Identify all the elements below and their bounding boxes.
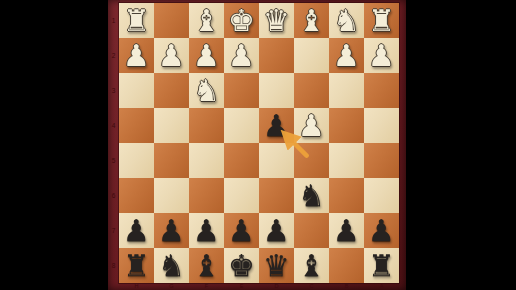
square-d8[interactable]: ♛	[259, 248, 294, 283]
square-a3[interactable]	[364, 73, 399, 108]
piece-white-pawn: ♟	[228, 41, 255, 71]
square-e6[interactable]	[224, 178, 259, 213]
file-label-f: F	[189, 283, 224, 290]
square-b3[interactable]	[329, 73, 364, 108]
rank-label-2: 2	[108, 38, 119, 73]
file-label-h: H	[119, 283, 154, 290]
file-labels: HGFEDCBA	[119, 283, 399, 290]
piece-black-rook: ♜	[123, 251, 150, 281]
file-label-b: B	[329, 283, 364, 290]
square-b7[interactable]: ♟	[329, 213, 364, 248]
square-b2[interactable]: ♟	[329, 38, 364, 73]
file-label-c: C	[294, 283, 329, 290]
square-h3[interactable]	[119, 73, 154, 108]
square-c6[interactable]: ♞	[294, 178, 329, 213]
square-e2[interactable]: ♟	[224, 38, 259, 73]
rank-label-3: 3	[108, 73, 119, 108]
square-h8[interactable]: ♜	[119, 248, 154, 283]
piece-black-pawn: ♟	[263, 216, 290, 246]
square-e4[interactable]	[224, 108, 259, 143]
square-g7[interactable]: ♟	[154, 213, 189, 248]
piece-black-pawn: ♟	[333, 216, 360, 246]
square-f1[interactable]: ♝	[189, 3, 224, 38]
square-b1[interactable]: ♞	[329, 3, 364, 38]
square-d2[interactable]	[259, 38, 294, 73]
square-c4[interactable]: ♟	[294, 108, 329, 143]
square-h1[interactable]: ♜	[119, 3, 154, 38]
square-c7[interactable]	[294, 213, 329, 248]
square-g2[interactable]: ♟	[154, 38, 189, 73]
piece-white-king: ♚	[228, 6, 255, 36]
square-d5[interactable]	[259, 143, 294, 178]
square-f8[interactable]: ♝	[189, 248, 224, 283]
square-g5[interactable]	[154, 143, 189, 178]
square-g1[interactable]	[154, 3, 189, 38]
square-d6[interactable]	[259, 178, 294, 213]
piece-white-pawn: ♟	[158, 41, 185, 71]
file-label-g: G	[154, 283, 189, 290]
piece-white-rook: ♜	[123, 6, 150, 36]
square-g3[interactable]	[154, 73, 189, 108]
board-squares: ♜♝♚♛♝♞♜♟♟♟♟♟♟♞♟♟♞♟♟♟♟♟♟♟♜♞♝♚♛♝♜	[119, 3, 399, 283]
piece-black-pawn: ♟	[123, 216, 150, 246]
square-g6[interactable]	[154, 178, 189, 213]
square-b5[interactable]	[329, 143, 364, 178]
piece-white-knight: ♞	[333, 6, 360, 36]
square-e7[interactable]: ♟	[224, 213, 259, 248]
square-e5[interactable]	[224, 143, 259, 178]
rank-label-5: 5	[108, 143, 119, 178]
rank-label-1: 1	[108, 3, 119, 38]
file-label-d: D	[259, 283, 294, 290]
square-b8[interactable]	[329, 248, 364, 283]
piece-black-pawn: ♟	[263, 111, 290, 141]
square-g4[interactable]	[154, 108, 189, 143]
piece-white-knight: ♞	[193, 76, 220, 106]
piece-white-pawn: ♟	[368, 41, 395, 71]
rank-label-8: 8	[108, 248, 119, 283]
piece-black-pawn: ♟	[158, 216, 185, 246]
piece-black-bishop: ♝	[298, 251, 325, 281]
square-h2[interactable]: ♟	[119, 38, 154, 73]
square-d3[interactable]	[259, 73, 294, 108]
square-a7[interactable]: ♟	[364, 213, 399, 248]
square-h7[interactable]: ♟	[119, 213, 154, 248]
piece-black-knight: ♞	[298, 181, 325, 211]
piece-black-bishop: ♝	[193, 251, 220, 281]
square-e1[interactable]: ♚	[224, 3, 259, 38]
square-g8[interactable]: ♞	[154, 248, 189, 283]
square-a5[interactable]	[364, 143, 399, 178]
square-a8[interactable]: ♜	[364, 248, 399, 283]
square-f3[interactable]: ♞	[189, 73, 224, 108]
letterboxed-stage: 12345678 HGFEDCBA ♜♝♚♛♝♞♜♟♟♟♟♟♟♞♟♟♞♟♟♟♟♟…	[0, 0, 516, 290]
rank-label-7: 7	[108, 213, 119, 248]
rank-label-6: 6	[108, 178, 119, 213]
square-h4[interactable]	[119, 108, 154, 143]
piece-white-rook: ♜	[368, 6, 395, 36]
square-d1[interactable]: ♛	[259, 3, 294, 38]
square-a6[interactable]	[364, 178, 399, 213]
piece-black-queen: ♛	[263, 251, 290, 281]
piece-white-queen: ♛	[263, 6, 290, 36]
piece-white-pawn: ♟	[333, 41, 360, 71]
piece-black-pawn: ♟	[228, 216, 255, 246]
piece-black-king: ♚	[228, 251, 255, 281]
piece-white-pawn: ♟	[298, 111, 325, 141]
square-b6[interactable]	[329, 178, 364, 213]
piece-white-bishop: ♝	[298, 6, 325, 36]
square-e8[interactable]: ♚	[224, 248, 259, 283]
piece-black-pawn: ♟	[368, 216, 395, 246]
piece-white-pawn: ♟	[193, 41, 220, 71]
square-c3[interactable]	[294, 73, 329, 108]
rank-label-4: 4	[108, 108, 119, 143]
square-c1[interactable]: ♝	[294, 3, 329, 38]
square-c8[interactable]: ♝	[294, 248, 329, 283]
rank-labels: 12345678	[108, 3, 119, 283]
square-h5[interactable]	[119, 143, 154, 178]
square-d7[interactable]: ♟	[259, 213, 294, 248]
square-d4[interactable]: ♟	[259, 108, 294, 143]
piece-white-pawn: ♟	[123, 41, 150, 71]
file-label-e: E	[224, 283, 259, 290]
square-f2[interactable]: ♟	[189, 38, 224, 73]
square-c5[interactable]	[294, 143, 329, 178]
square-f6[interactable]	[189, 178, 224, 213]
piece-white-bishop: ♝	[193, 6, 220, 36]
square-e3[interactable]	[224, 73, 259, 108]
square-f5[interactable]	[189, 143, 224, 178]
chess-board-frame: 12345678 HGFEDCBA ♜♝♚♛♝♞♜♟♟♟♟♟♟♞♟♟♞♟♟♟♟♟…	[108, 0, 406, 290]
piece-black-pawn: ♟	[193, 216, 220, 246]
piece-black-rook: ♜	[368, 251, 395, 281]
piece-black-knight: ♞	[158, 251, 185, 281]
square-a2[interactable]: ♟	[364, 38, 399, 73]
square-h6[interactable]	[119, 178, 154, 213]
square-f7[interactable]: ♟	[189, 213, 224, 248]
square-b4[interactable]	[329, 108, 364, 143]
square-a1[interactable]: ♜	[364, 3, 399, 38]
file-label-a: A	[364, 283, 399, 290]
square-f4[interactable]	[189, 108, 224, 143]
square-a4[interactable]	[364, 108, 399, 143]
square-c2[interactable]	[294, 38, 329, 73]
